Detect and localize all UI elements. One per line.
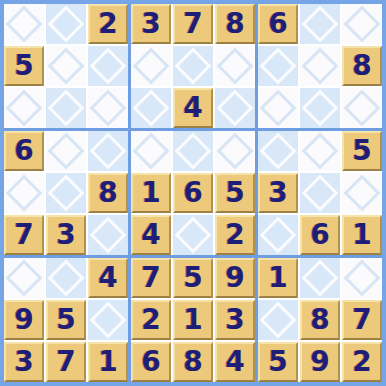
cell-r2c1: 5 [4, 46, 44, 86]
cell-r5c1[interactable] [4, 173, 44, 213]
empty-cell-diamond [48, 133, 85, 170]
empty-cell-diamond [344, 6, 381, 43]
cell-r2c3[interactable] [88, 46, 128, 86]
cell-r9c9: 2 [342, 342, 382, 382]
empty-cell-diamond [133, 48, 170, 85]
cell-r3c3[interactable] [88, 88, 128, 128]
cell-r5c3: 8 [88, 173, 128, 213]
cell-r4c7[interactable] [258, 131, 298, 171]
empty-cell-diamond [260, 302, 297, 339]
sudoku-box-r1c1: 25 [4, 4, 128, 128]
cell-r6c1: 7 [4, 215, 44, 255]
cell-r1c1[interactable] [4, 4, 44, 44]
cell-r1c4: 3 [131, 4, 171, 44]
cell-r6c9: 1 [342, 215, 382, 255]
cell-r5c9[interactable] [342, 173, 382, 213]
cell-r4c1: 6 [4, 131, 44, 171]
empty-cell-diamond [133, 90, 170, 127]
cell-r4c3[interactable] [88, 131, 128, 171]
empty-cell-diamond [48, 260, 85, 297]
sudoku-box-r3c1: 495371 [4, 258, 128, 382]
cell-r7c7: 1 [258, 258, 298, 298]
cell-r6c3[interactable] [88, 215, 128, 255]
cell-r7c1[interactable] [4, 258, 44, 298]
cell-r7c6: 9 [215, 258, 255, 298]
empty-cell-diamond [6, 175, 43, 212]
cell-r3c1[interactable] [4, 88, 44, 128]
empty-cell-diamond [90, 217, 127, 254]
cell-r8c5: 1 [173, 300, 213, 340]
empty-cell-diamond [90, 302, 127, 339]
cell-r8c7[interactable] [258, 300, 298, 340]
sudoku-box-r2c2: 16542 [131, 131, 255, 255]
empty-cell-diamond [302, 6, 339, 43]
cell-r1c7: 6 [258, 4, 298, 44]
empty-cell-diamond [6, 6, 43, 43]
empty-cell-diamond [175, 133, 212, 170]
cell-r4c9: 5 [342, 131, 382, 171]
cell-r5c6: 5 [215, 173, 255, 213]
empty-cell-diamond [6, 90, 43, 127]
cell-r8c6: 3 [215, 300, 255, 340]
cell-r4c4[interactable] [131, 131, 171, 171]
empty-cell-diamond [302, 260, 339, 297]
cell-r3c6[interactable] [215, 88, 255, 128]
empty-cell-diamond [133, 133, 170, 170]
cell-r6c6: 2 [215, 215, 255, 255]
empty-cell-diamond [260, 90, 297, 127]
sudoku-box-r1c3: 68 [258, 4, 382, 128]
cell-r5c7: 3 [258, 173, 298, 213]
cell-r8c4: 2 [131, 300, 171, 340]
cell-r8c2: 5 [46, 300, 86, 340]
empty-cell-diamond [175, 48, 212, 85]
cell-r1c5: 7 [173, 4, 213, 44]
cell-r5c4: 1 [131, 173, 171, 213]
empty-cell-diamond [302, 175, 339, 212]
cell-r2c7[interactable] [258, 46, 298, 86]
empty-cell-diamond [344, 90, 381, 127]
sudoku-box-r2c3: 5361 [258, 131, 382, 255]
cell-r1c9[interactable] [342, 4, 382, 44]
empty-cell-diamond [260, 48, 297, 85]
cell-r6c2: 3 [46, 215, 86, 255]
empty-cell-diamond [302, 133, 339, 170]
cell-r6c8: 6 [300, 215, 340, 255]
cell-r7c8[interactable] [300, 258, 340, 298]
cell-r7c4: 7 [131, 258, 171, 298]
empty-cell-diamond [217, 48, 254, 85]
empty-cell-diamond [217, 90, 254, 127]
empty-cell-diamond [90, 133, 127, 170]
sudoku-box-r3c2: 759213684 [131, 258, 255, 382]
cell-r7c9[interactable] [342, 258, 382, 298]
empty-cell-diamond [48, 48, 85, 85]
cell-r7c3: 4 [88, 258, 128, 298]
cell-r8c8: 8 [300, 300, 340, 340]
empty-cell-diamond [48, 175, 85, 212]
cell-r3c5: 4 [173, 88, 213, 128]
cell-r2c8[interactable] [300, 46, 340, 86]
cell-r3c7[interactable] [258, 88, 298, 128]
cell-r6c5[interactable] [173, 215, 213, 255]
sudoku-box-r1c2: 3784 [131, 4, 255, 128]
cell-r8c3[interactable] [88, 300, 128, 340]
sudoku-box-r3c3: 187592 [258, 258, 382, 382]
cell-r3c2[interactable] [46, 88, 86, 128]
cell-r5c2[interactable] [46, 173, 86, 213]
empty-cell-diamond [175, 217, 212, 254]
cell-r9c8: 9 [300, 342, 340, 382]
cell-r2c4[interactable] [131, 46, 171, 86]
cell-r6c4: 4 [131, 215, 171, 255]
cell-r9c6: 4 [215, 342, 255, 382]
cell-r7c5: 5 [173, 258, 213, 298]
cell-r3c9[interactable] [342, 88, 382, 128]
cell-r1c8[interactable] [300, 4, 340, 44]
empty-cell-diamond [6, 260, 43, 297]
empty-cell-diamond [217, 133, 254, 170]
empty-cell-diamond [344, 260, 381, 297]
sudoku-box-r2c1: 6873 [4, 131, 128, 255]
cell-r8c1: 9 [4, 300, 44, 340]
cell-r1c6: 8 [215, 4, 255, 44]
empty-cell-diamond [48, 90, 85, 127]
empty-cell-diamond [90, 90, 127, 127]
cell-r9c4: 6 [131, 342, 171, 382]
cell-r8c9: 7 [342, 300, 382, 340]
cell-r6c7[interactable] [258, 215, 298, 255]
cell-r9c1: 3 [4, 342, 44, 382]
empty-cell-diamond [260, 217, 297, 254]
empty-cell-diamond [90, 48, 127, 85]
cell-r7c2[interactable] [46, 258, 86, 298]
empty-cell-diamond [260, 133, 297, 170]
cell-r9c2: 7 [46, 342, 86, 382]
cell-r1c2[interactable] [46, 4, 86, 44]
empty-cell-diamond [344, 175, 381, 212]
empty-cell-diamond [302, 48, 339, 85]
cell-r3c8[interactable] [300, 88, 340, 128]
cell-r4c5[interactable] [173, 131, 213, 171]
cell-r4c6[interactable] [215, 131, 255, 171]
cell-r9c3: 1 [88, 342, 128, 382]
cell-r9c7: 5 [258, 342, 298, 382]
cell-r2c5[interactable] [173, 46, 213, 86]
cell-r1c3: 2 [88, 4, 128, 44]
empty-cell-diamond [48, 6, 85, 43]
cell-r2c9: 8 [342, 46, 382, 86]
cell-r4c2[interactable] [46, 131, 86, 171]
cell-r9c5: 8 [173, 342, 213, 382]
cell-r3c4[interactable] [131, 88, 171, 128]
cell-r2c2[interactable] [46, 46, 86, 86]
empty-cell-diamond [302, 90, 339, 127]
cell-r4c8[interactable] [300, 131, 340, 171]
cell-r5c8[interactable] [300, 173, 340, 213]
cell-r2c6[interactable] [215, 46, 255, 86]
sudoku-board: 2537846868731654253614953717592136841875… [0, 0, 386, 386]
cell-r5c5: 6 [173, 173, 213, 213]
